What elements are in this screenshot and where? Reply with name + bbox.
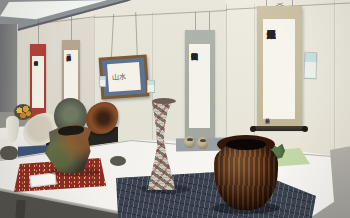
- brown-jar: [214, 142, 278, 210]
- scroll-paper: 山高水長雲靜 風清月明竹深: [32, 56, 44, 108]
- hanging-scroll-right: 三更燈火魚龍動十里 星河雁鷺鳴 庚子秋日録: [257, 6, 302, 128]
- scroll-roller: [253, 126, 305, 131]
- hanging-wire: [38, 20, 39, 44]
- framed-artwork: 山水: [99, 54, 150, 99]
- dark-bowl: [110, 156, 126, 166]
- hanging-wire: [195, 12, 196, 32]
- hanging-wire: [71, 16, 72, 40]
- scroll-paper: 三更燈火魚龍動十里 星河雁鷺鳴 庚子秋日録: [263, 19, 295, 119]
- hanging-scroll-center: 祿業浮曾霞磴先 翔午樊寫時筆根: [185, 30, 215, 142]
- scroll-paper: 花開萬國春色 鳥語一山靜音: [64, 50, 78, 104]
- exhibit-wall-label: [99, 76, 106, 87]
- gray-partition: [0, 24, 18, 120]
- tea-bowl-mouth: [187, 138, 193, 141]
- frame-art: 山水: [107, 62, 141, 92]
- wall-seam: [334, 0, 335, 150]
- roller-knob: [250, 126, 256, 132]
- hanging-scroll-far-left: 山高水長雲靜 風清月明竹深: [30, 44, 46, 122]
- table-leg: [15, 200, 25, 218]
- tea-bowl-mouth: [200, 139, 206, 142]
- exhibit-wall-label: [304, 52, 318, 79]
- exhibit-wall-label: [147, 80, 155, 93]
- twisted-vase-rim: [152, 98, 176, 104]
- scroll-paper: 祿業浮曾霞磴先 翔午樊寫時筆根: [189, 44, 210, 128]
- brown-jar-mouth: [226, 139, 266, 150]
- hanging-wire: [209, 12, 210, 32]
- exhibition-photo: 山高水長雲靜 風清月明竹深 花開萬國春色 鳥語一山靜音 山水 祿業浮曾霞磴先 翔…: [0, 0, 350, 218]
- dark-bowl: [0, 146, 18, 160]
- roller-knob: [302, 126, 308, 132]
